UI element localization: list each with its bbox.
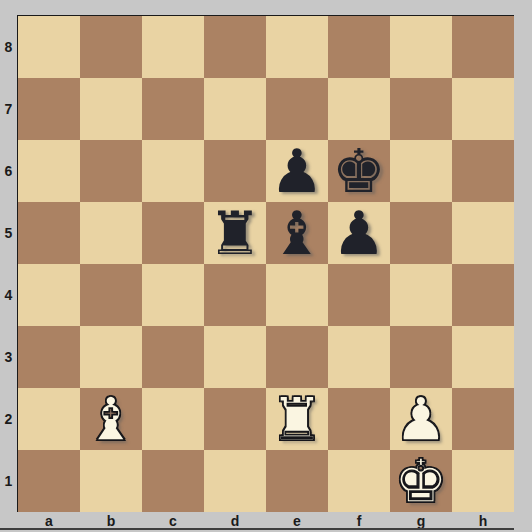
- square-d8[interactable]: [204, 16, 266, 78]
- square-d5[interactable]: ♜: [204, 202, 266, 264]
- square-h1[interactable]: [452, 450, 514, 512]
- square-g7[interactable]: [390, 78, 452, 140]
- square-g1[interactable]: ♚: [390, 450, 452, 512]
- square-b8[interactable]: [80, 16, 142, 78]
- square-a7[interactable]: [18, 78, 80, 140]
- piece-black-pawn[interactable]: ♟: [270, 140, 324, 202]
- piece-white-bishop[interactable]: ♝: [84, 388, 138, 450]
- square-a4[interactable]: [18, 264, 80, 326]
- square-e3[interactable]: [266, 326, 328, 388]
- chess-board: ♟♚♜♝♟♝♜♟♚: [17, 15, 514, 512]
- file-label-g: g: [390, 513, 452, 529]
- square-h8[interactable]: [452, 16, 514, 78]
- chess-diagram: 87654321 ♟♚♜♝♟♝♜♟♚ abcdefgh: [0, 0, 532, 532]
- square-b7[interactable]: [80, 78, 142, 140]
- rank-label-1: 1: [0, 450, 17, 512]
- square-d7[interactable]: [204, 78, 266, 140]
- square-e5[interactable]: ♝: [266, 202, 328, 264]
- square-b1[interactable]: [80, 450, 142, 512]
- square-d1[interactable]: [204, 450, 266, 512]
- square-h4[interactable]: [452, 264, 514, 326]
- square-b4[interactable]: [80, 264, 142, 326]
- piece-white-rook[interactable]: ♜: [270, 388, 324, 450]
- square-f7[interactable]: [328, 78, 390, 140]
- square-g5[interactable]: [390, 202, 452, 264]
- square-d4[interactable]: [204, 264, 266, 326]
- rank-label-2: 2: [0, 388, 17, 450]
- square-b2[interactable]: ♝: [80, 388, 142, 450]
- square-e8[interactable]: [266, 16, 328, 78]
- square-f5[interactable]: ♟: [328, 202, 390, 264]
- square-g3[interactable]: [390, 326, 452, 388]
- square-h3[interactable]: [452, 326, 514, 388]
- square-b5[interactable]: [80, 202, 142, 264]
- file-labels: abcdefgh: [18, 513, 514, 529]
- square-c3[interactable]: [142, 326, 204, 388]
- square-e1[interactable]: [266, 450, 328, 512]
- rank-label-3: 3: [0, 326, 17, 388]
- square-f1[interactable]: [328, 450, 390, 512]
- piece-white-king[interactable]: ♚: [394, 450, 448, 512]
- file-label-c: c: [142, 513, 204, 529]
- square-a6[interactable]: [18, 140, 80, 202]
- square-a5[interactable]: [18, 202, 80, 264]
- square-c7[interactable]: [142, 78, 204, 140]
- square-g8[interactable]: [390, 16, 452, 78]
- square-b3[interactable]: [80, 326, 142, 388]
- square-h7[interactable]: [452, 78, 514, 140]
- square-f6[interactable]: ♚: [328, 140, 390, 202]
- square-c2[interactable]: [142, 388, 204, 450]
- file-label-d: d: [204, 513, 266, 529]
- square-f4[interactable]: [328, 264, 390, 326]
- square-a2[interactable]: [18, 388, 80, 450]
- piece-black-rook[interactable]: ♜: [208, 202, 262, 264]
- square-g4[interactable]: [390, 264, 452, 326]
- square-a8[interactable]: [18, 16, 80, 78]
- square-f3[interactable]: [328, 326, 390, 388]
- piece-black-bishop[interactable]: ♝: [270, 202, 324, 264]
- square-e6[interactable]: ♟: [266, 140, 328, 202]
- square-e7[interactable]: [266, 78, 328, 140]
- bottom-edge-line: [0, 528, 514, 530]
- file-label-b: b: [80, 513, 142, 529]
- square-c6[interactable]: [142, 140, 204, 202]
- square-g6[interactable]: [390, 140, 452, 202]
- piece-white-pawn[interactable]: ♟: [394, 388, 448, 450]
- file-label-a: a: [18, 513, 80, 529]
- square-e4[interactable]: [266, 264, 328, 326]
- square-e2[interactable]: ♜: [266, 388, 328, 450]
- square-c1[interactable]: [142, 450, 204, 512]
- square-c4[interactable]: [142, 264, 204, 326]
- rank-label-5: 5: [0, 202, 17, 264]
- rank-label-8: 8: [0, 16, 17, 78]
- square-d3[interactable]: [204, 326, 266, 388]
- square-b6[interactable]: [80, 140, 142, 202]
- file-label-e: e: [266, 513, 328, 529]
- file-label-f: f: [328, 513, 390, 529]
- square-f8[interactable]: [328, 16, 390, 78]
- rank-label-7: 7: [0, 78, 17, 140]
- square-c8[interactable]: [142, 16, 204, 78]
- square-h5[interactable]: [452, 202, 514, 264]
- square-h2[interactable]: [452, 388, 514, 450]
- rank-labels: 87654321: [0, 16, 17, 512]
- square-c5[interactable]: [142, 202, 204, 264]
- file-label-h: h: [452, 513, 514, 529]
- piece-black-king[interactable]: ♚: [332, 140, 386, 202]
- square-g2[interactable]: ♟: [390, 388, 452, 450]
- rank-label-4: 4: [0, 264, 17, 326]
- square-a1[interactable]: [18, 450, 80, 512]
- rank-label-6: 6: [0, 140, 17, 202]
- square-d2[interactable]: [204, 388, 266, 450]
- square-a3[interactable]: [18, 326, 80, 388]
- piece-black-pawn[interactable]: ♟: [332, 202, 386, 264]
- square-h6[interactable]: [452, 140, 514, 202]
- square-f2[interactable]: [328, 388, 390, 450]
- square-d6[interactable]: [204, 140, 266, 202]
